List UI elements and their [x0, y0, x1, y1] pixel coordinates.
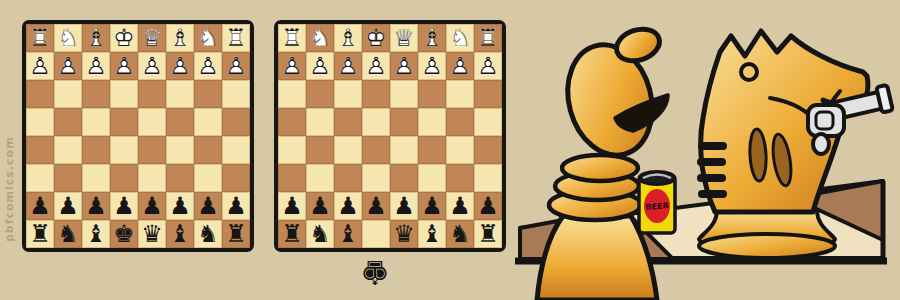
black-king-icon: ♚	[110, 220, 138, 248]
square	[390, 80, 418, 108]
white-bishop-icon: ♝♗	[82, 24, 110, 52]
white-pawn-icon: ♟♙	[390, 52, 418, 80]
white-pawn-icon: ♟♙	[194, 52, 222, 80]
black-pawn-icon: ♟	[390, 192, 418, 220]
knight-groove	[697, 158, 726, 166]
square: ♜	[474, 220, 502, 248]
black-pawn-icon: ♟	[54, 192, 82, 220]
square: ♛♕	[138, 24, 166, 52]
square: ♞	[306, 220, 334, 248]
square	[166, 80, 194, 108]
chessboard-panel-2: ♜♖♞♘♝♗♚♔♛♕♝♗♞♘♜♖♟♙♟♙♟♙♟♙♟♙♟♙♟♙♟♙♟♟♟♟♟♟♟♟…	[274, 20, 506, 252]
black-bishop-icon: ♝	[166, 220, 194, 248]
square: ♟♙	[54, 52, 82, 80]
square: ♟	[446, 192, 474, 220]
white-pawn-icon: ♟♙	[446, 52, 474, 80]
white-pawn-icon: ♟♙	[138, 52, 166, 80]
square	[446, 136, 474, 164]
square	[194, 80, 222, 108]
square	[54, 136, 82, 164]
square: ♝♗	[334, 24, 362, 52]
square: ♟	[362, 192, 390, 220]
square: ♟♙	[194, 52, 222, 80]
square	[390, 136, 418, 164]
white-pawn-icon: ♟♙	[82, 52, 110, 80]
black-king-icon: ♚	[360, 257, 390, 290]
square	[26, 80, 54, 108]
black-rook-icon: ♜	[26, 220, 54, 248]
black-pawn-icon: ♟	[26, 192, 54, 220]
square: ♜	[26, 220, 54, 248]
square: ♟♙	[26, 52, 54, 80]
black-knight-icon: ♞	[306, 220, 334, 248]
square: ♟♙	[138, 52, 166, 80]
square	[278, 136, 306, 164]
square: ♜♖	[474, 24, 502, 52]
beer-label-text: BEER	[645, 201, 669, 212]
square	[474, 108, 502, 136]
black-pawn-icon: ♟	[138, 192, 166, 220]
square	[194, 136, 222, 164]
square	[446, 108, 474, 136]
square: ♝♗	[418, 24, 446, 52]
square	[306, 108, 334, 136]
square: ♞♘	[54, 24, 82, 52]
square	[474, 136, 502, 164]
square	[110, 136, 138, 164]
square: ♟	[194, 192, 222, 220]
white-rook-icon: ♜♖	[474, 24, 502, 52]
square: ♞♘	[446, 24, 474, 52]
black-pawn-icon: ♟	[194, 192, 222, 220]
square	[362, 80, 390, 108]
white-knight-icon: ♞♘	[306, 24, 334, 52]
square: ♟	[306, 192, 334, 220]
square	[222, 136, 250, 164]
square	[194, 164, 222, 192]
black-bishop-icon: ♝	[418, 220, 446, 248]
white-king-icon: ♚♔	[110, 24, 138, 52]
white-knight-icon: ♞♘	[194, 24, 222, 52]
square: ♟♙	[166, 52, 194, 80]
square: ♝♗	[82, 24, 110, 52]
square: ♟	[138, 192, 166, 220]
chessboard-panel-1: ♜♖♞♘♝♗♚♔♛♕♝♗♞♘♜♖♟♙♟♙♟♙♟♙♟♙♟♙♟♙♟♙♟♟♟♟♟♟♟♟…	[22, 20, 254, 252]
square	[54, 80, 82, 108]
white-rook-icon: ♜♖	[26, 24, 54, 52]
square: ♜♖	[26, 24, 54, 52]
square	[110, 108, 138, 136]
black-knight-icon: ♞	[194, 220, 222, 248]
square	[362, 136, 390, 164]
white-pawn-icon: ♟♙	[110, 52, 138, 80]
white-bishop-icon: ♝♗	[418, 24, 446, 52]
black-bishop-icon: ♝	[334, 220, 362, 248]
square	[222, 108, 250, 136]
black-queen-icon: ♛	[390, 220, 418, 248]
square	[82, 136, 110, 164]
black-pawn-icon: ♟	[110, 192, 138, 220]
square	[26, 164, 54, 192]
square: ♟	[82, 192, 110, 220]
square	[306, 80, 334, 108]
square	[110, 164, 138, 192]
white-knight-icon: ♞♘	[54, 24, 82, 52]
beer-can: BEER	[639, 172, 675, 234]
square	[446, 164, 474, 192]
black-queen-icon: ♛	[138, 220, 166, 248]
white-pawn-icon: ♟♙	[418, 52, 446, 80]
square	[446, 80, 474, 108]
square	[418, 136, 446, 164]
white-king-icon: ♚♔	[362, 24, 390, 52]
white-pawn-icon: ♟♙	[334, 52, 362, 80]
square: ♞	[194, 220, 222, 248]
square	[306, 136, 334, 164]
square	[334, 108, 362, 136]
square	[54, 164, 82, 192]
square: ♛♕	[390, 24, 418, 52]
knight-groove	[698, 142, 727, 150]
square: ♛	[390, 220, 418, 248]
black-pawn-icon: ♟	[222, 192, 250, 220]
black-knight-icon: ♞	[54, 220, 82, 248]
square	[166, 136, 194, 164]
square	[166, 164, 194, 192]
square	[334, 80, 362, 108]
square: ♚♔	[110, 24, 138, 52]
square	[418, 80, 446, 108]
square	[334, 164, 362, 192]
black-pawn-icon: ♟	[82, 192, 110, 220]
square	[278, 164, 306, 192]
black-pawn-icon: ♟	[306, 192, 334, 220]
white-rook-icon: ♜♖	[278, 24, 306, 52]
white-pawn-icon: ♟♙	[166, 52, 194, 80]
square: ♟♙	[334, 52, 362, 80]
square	[278, 80, 306, 108]
white-queen-icon: ♛♕	[390, 24, 418, 52]
black-rook-icon: ♜	[474, 220, 502, 248]
square	[474, 164, 502, 192]
square	[306, 164, 334, 192]
square	[222, 164, 250, 192]
square: ♟♙	[222, 52, 250, 80]
black-pawn-icon: ♟	[474, 192, 502, 220]
square: ♛	[138, 220, 166, 248]
square	[54, 108, 82, 136]
white-rook-icon: ♜♖	[222, 24, 250, 52]
square: ♟♙	[110, 52, 138, 80]
black-pawn-icon: ♟	[446, 192, 474, 220]
knight-base-rim	[699, 234, 835, 258]
square: ♝	[418, 220, 446, 248]
revolver-trigger-guard	[813, 134, 829, 154]
square: ♝	[166, 220, 194, 248]
square: ♟	[54, 192, 82, 220]
captured-black-king: ♚	[357, 250, 393, 296]
black-pawn-icon: ♟	[418, 192, 446, 220]
black-pawn-icon: ♟	[334, 192, 362, 220]
square	[138, 108, 166, 136]
white-pawn-icon: ♟♙	[54, 52, 82, 80]
black-rook-icon: ♜	[222, 220, 250, 248]
square: ♝♗	[166, 24, 194, 52]
knight-groove	[698, 190, 727, 198]
square: ♟	[222, 192, 250, 220]
square	[418, 108, 446, 136]
square: ♟♙	[390, 52, 418, 80]
square	[278, 108, 306, 136]
square	[82, 108, 110, 136]
square	[166, 108, 194, 136]
square	[418, 164, 446, 192]
white-pawn-icon: ♟♙	[26, 52, 54, 80]
square: ♟♙	[82, 52, 110, 80]
square: ♟	[110, 192, 138, 220]
square: ♟♙	[306, 52, 334, 80]
white-pawn-icon: ♟♙	[222, 52, 250, 80]
white-pawn-icon: ♟♙	[362, 52, 390, 80]
white-knight-icon: ♞♘	[446, 24, 474, 52]
square	[390, 108, 418, 136]
square	[362, 220, 390, 248]
bishop-collar-ring	[562, 155, 638, 181]
black-rook-icon: ♜	[278, 220, 306, 248]
square: ♜♖	[222, 24, 250, 52]
square	[138, 164, 166, 192]
square	[138, 80, 166, 108]
square: ♟♙	[362, 52, 390, 80]
square	[138, 136, 166, 164]
square: ♞	[54, 220, 82, 248]
square	[82, 80, 110, 108]
square: ♟	[418, 192, 446, 220]
white-pawn-icon: ♟♙	[278, 52, 306, 80]
square: ♟	[166, 192, 194, 220]
bishop-piece	[537, 24, 668, 300]
square: ♟♙	[446, 52, 474, 80]
black-pawn-icon: ♟	[362, 192, 390, 220]
square: ♜	[278, 220, 306, 248]
square: ♚	[110, 220, 138, 248]
black-bishop-icon: ♝	[82, 220, 110, 248]
square: ♝	[334, 220, 362, 248]
square: ♜	[222, 220, 250, 248]
white-pawn-icon: ♟♙	[474, 52, 502, 80]
white-bishop-icon: ♝♗	[166, 24, 194, 52]
cartoon-panel: BEER	[515, 0, 900, 300]
comic-strip: pbfcomics.com ♜♖♞♘♝♗♚♔♛♕♝♗♞♘♜♖♟♙♟♙♟♙♟♙♟♙…	[0, 0, 900, 300]
square: ♞♘	[306, 24, 334, 52]
square	[222, 80, 250, 108]
square	[362, 108, 390, 136]
white-bishop-icon: ♝♗	[334, 24, 362, 52]
square: ♚♔	[362, 24, 390, 52]
square: ♜♖	[278, 24, 306, 52]
square	[26, 136, 54, 164]
revolver-cylinder	[808, 105, 844, 136]
square	[362, 164, 390, 192]
square: ♟	[334, 192, 362, 220]
white-pawn-icon: ♟♙	[306, 52, 334, 80]
square: ♟♙	[474, 52, 502, 80]
square	[390, 164, 418, 192]
square	[110, 80, 138, 108]
square: ♟♙	[278, 52, 306, 80]
square: ♟	[390, 192, 418, 220]
black-knight-icon: ♞	[446, 220, 474, 248]
square: ♟	[26, 192, 54, 220]
square: ♟♙	[418, 52, 446, 80]
square: ♞♘	[194, 24, 222, 52]
black-pawn-icon: ♟	[166, 192, 194, 220]
square: ♟	[278, 192, 306, 220]
square	[194, 108, 222, 136]
square: ♟	[474, 192, 502, 220]
square: ♝	[82, 220, 110, 248]
white-queen-icon: ♛♕	[138, 24, 166, 52]
square	[82, 164, 110, 192]
black-pawn-icon: ♟	[278, 192, 306, 220]
knight-groove	[697, 174, 726, 182]
watermark-text: pbfcomics.com	[3, 82, 16, 242]
square	[26, 108, 54, 136]
square: ♞	[446, 220, 474, 248]
square	[334, 136, 362, 164]
square	[474, 80, 502, 108]
